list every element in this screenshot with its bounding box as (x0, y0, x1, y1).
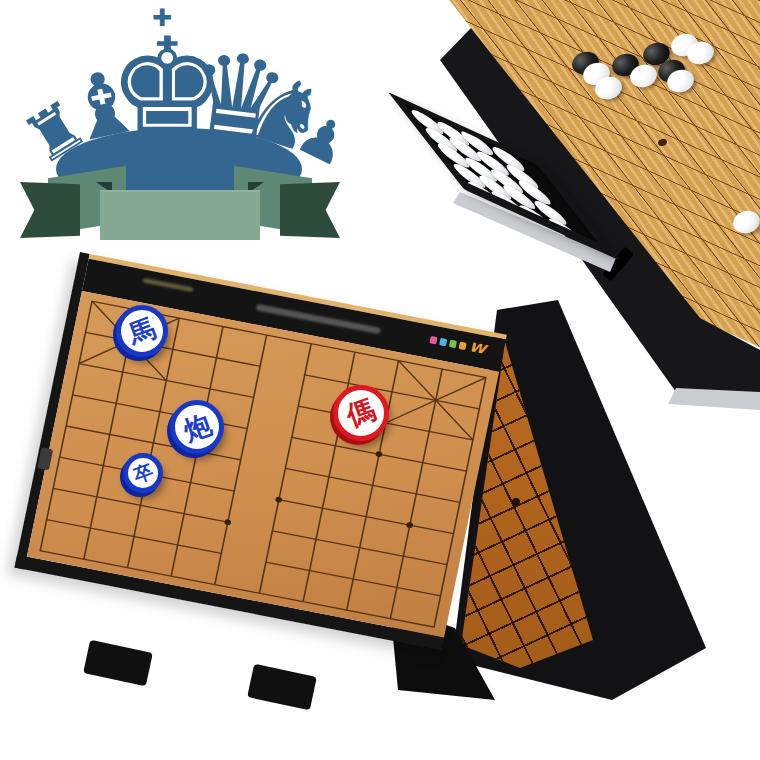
brand-color-dot (440, 338, 448, 347)
folded-board-foot (83, 640, 153, 687)
brand-letter: W (468, 341, 487, 356)
brand-color-dot (459, 342, 467, 351)
product-photo: W (0, 0, 760, 760)
banner-tail-right (280, 182, 340, 238)
folded-board-foot (247, 664, 317, 711)
brand-color-dot (449, 340, 457, 349)
piece-character: 炮 (180, 410, 215, 445)
banner-tail-left (20, 182, 80, 238)
xiangqi-board-panel: W (15, 252, 507, 650)
xiangqi-piece-red-horse: 傌 (333, 385, 389, 441)
brand-mark: W (429, 334, 486, 357)
xiangqi-piece-blue-horse: 馬 (116, 305, 168, 357)
band-text-blur (142, 278, 193, 293)
piece-character: 卒 (131, 461, 155, 485)
xiangqi-piece-blue-cannon: 炮 (170, 400, 224, 454)
chess-logo: ♜ ♝ ♚ ✚ ♛ ♞ ♟ (0, 0, 350, 250)
xiangqi-piece-blue-soldier: 卒 (123, 453, 163, 493)
piece-character: 馬 (125, 314, 158, 347)
cross-icon: ✚ (152, 6, 172, 30)
banner-band (100, 190, 260, 240)
go-face-star-point (512, 498, 520, 506)
brand-color-dot (430, 336, 438, 345)
piece-character: 傌 (343, 395, 379, 431)
